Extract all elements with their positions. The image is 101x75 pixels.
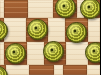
checker-piece-green[interactable] <box>66 22 87 43</box>
board-square-light[interactable] <box>6 65 29 75</box>
checker-piece-green[interactable] <box>27 19 48 40</box>
checker-piece-green[interactable] <box>80 0 101 19</box>
board-square-dark[interactable] <box>63 65 87 75</box>
board-square-light[interactable] <box>28 0 53 18</box>
checker-piece-green[interactable] <box>43 41 64 62</box>
checker-piece-green[interactable] <box>5 43 26 64</box>
checker-piece-green[interactable] <box>55 0 76 18</box>
checkers-board <box>0 0 100 75</box>
board-square-light[interactable] <box>27 42 44 65</box>
board-square-dark[interactable] <box>29 65 54 75</box>
board-square-light[interactable] <box>48 18 65 42</box>
board-square-dark[interactable] <box>4 0 28 18</box>
board-square-light[interactable] <box>88 18 100 42</box>
board-square-light[interactable] <box>54 65 63 75</box>
checker-piece-green[interactable] <box>85 42 101 63</box>
board-square-light[interactable] <box>87 65 100 75</box>
